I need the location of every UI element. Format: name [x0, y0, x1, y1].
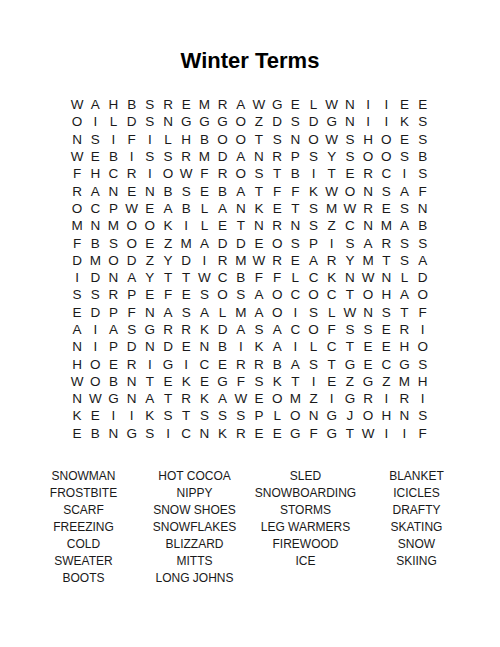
grid-cell-r2c1[interactable]: O: [68, 113, 86, 130]
grid-cell-r19c10[interactable]: S: [232, 407, 250, 424]
grid-cell-r18c1[interactable]: N: [68, 390, 86, 407]
grid-cell-r2c18[interactable]: I: [377, 113, 395, 130]
grid-cell-r6c10[interactable]: A: [232, 182, 250, 199]
grid-cell-r10c14[interactable]: A: [304, 252, 322, 269]
grid-cell-r13c5[interactable]: N: [141, 304, 159, 321]
grid-cell-r4c17[interactable]: O: [359, 148, 377, 165]
grid-cell-r14c11[interactable]: S: [250, 321, 268, 338]
grid-cell-r13c1[interactable]: E: [68, 304, 86, 321]
grid-cell-r6c13[interactable]: F: [286, 182, 304, 199]
grid-cell-r1c4[interactable]: B: [123, 96, 141, 113]
grid-cell-r9c20[interactable]: S: [414, 234, 432, 251]
grid-cell-r18c3[interactable]: G: [104, 390, 122, 407]
grid-cell-r4c8[interactable]: M: [195, 148, 213, 165]
grid-cell-r8c2[interactable]: N: [86, 217, 104, 234]
grid-cell-r8c6[interactable]: K: [159, 217, 177, 234]
grid-cell-r8c15[interactable]: Z: [323, 217, 341, 234]
grid-cell-r4c5[interactable]: S: [141, 148, 159, 165]
grid-cell-r10c20[interactable]: A: [414, 252, 432, 269]
grid-cell-r15c15[interactable]: C: [323, 338, 341, 355]
grid-cell-r11c11[interactable]: F: [250, 269, 268, 286]
grid-cell-r13c15[interactable]: L: [323, 304, 341, 321]
grid-cell-r13c4[interactable]: F: [123, 304, 141, 321]
grid-cell-r13c7[interactable]: S: [177, 304, 195, 321]
grid-cell-r9c5[interactable]: E: [141, 234, 159, 251]
grid-cell-r14c20[interactable]: I: [414, 321, 432, 338]
grid-cell-r7c17[interactable]: R: [359, 200, 377, 217]
grid-cell-r3c20[interactable]: S: [414, 131, 432, 148]
grid-cell-r16c15[interactable]: T: [323, 355, 341, 372]
grid-cell-r4c2[interactable]: E: [86, 148, 104, 165]
grid-cell-r11c4[interactable]: A: [123, 269, 141, 286]
grid-cell-r16c6[interactable]: G: [159, 355, 177, 372]
grid-cell-r1c3[interactable]: H: [104, 96, 122, 113]
grid-cell-r10c11[interactable]: W: [250, 252, 268, 269]
grid-cell-r17c16[interactable]: Z: [341, 373, 359, 390]
grid-cell-r15c14[interactable]: L: [304, 338, 322, 355]
grid-cell-r10c4[interactable]: D: [123, 252, 141, 269]
grid-cell-r17c20[interactable]: H: [414, 373, 432, 390]
grid-cell-r7c15[interactable]: M: [323, 200, 341, 217]
grid-cell-r17c17[interactable]: G: [359, 373, 377, 390]
grid-cell-r14c7[interactable]: R: [177, 321, 195, 338]
grid-cell-r5c8[interactable]: F: [195, 165, 213, 182]
grid-cell-r16c1[interactable]: H: [68, 355, 86, 372]
grid-cell-r19c7[interactable]: T: [177, 407, 195, 424]
grid-cell-r19c20[interactable]: S: [414, 407, 432, 424]
grid-cell-r16c8[interactable]: C: [195, 355, 213, 372]
grid-cell-r10c3[interactable]: O: [104, 252, 122, 269]
grid-cell-r2c16[interactable]: N: [341, 113, 359, 130]
grid-cell-r13c11[interactable]: A: [250, 304, 268, 321]
grid-cell-r17c12[interactable]: K: [268, 373, 286, 390]
grid-cell-r6c18[interactable]: S: [377, 182, 395, 199]
grid-cell-r6c17[interactable]: N: [359, 182, 377, 199]
grid-cell-r5c18[interactable]: C: [377, 165, 395, 182]
grid-cell-r14c5[interactable]: G: [141, 321, 159, 338]
grid-cell-r16c9[interactable]: E: [214, 355, 232, 372]
grid-cell-r2c6[interactable]: N: [159, 113, 177, 130]
grid-cell-r17c13[interactable]: T: [286, 373, 304, 390]
grid-cell-r16c13[interactable]: A: [286, 355, 304, 372]
grid-cell-r13c2[interactable]: D: [86, 304, 104, 321]
grid-cell-r5c3[interactable]: C: [104, 165, 122, 182]
grid-cell-r11c18[interactable]: N: [377, 269, 395, 286]
grid-cell-r18c6[interactable]: T: [159, 390, 177, 407]
grid-cell-r8c11[interactable]: N: [250, 217, 268, 234]
grid-cell-r19c15[interactable]: G: [323, 407, 341, 424]
grid-cell-r20c18[interactable]: I: [377, 425, 395, 442]
grid-cell-r3c13[interactable]: N: [286, 131, 304, 148]
grid-cell-r11c17[interactable]: W: [359, 269, 377, 286]
grid-cell-r20c2[interactable]: B: [86, 425, 104, 442]
grid-cell-r15c2[interactable]: I: [86, 338, 104, 355]
grid-cell-r2c20[interactable]: S: [414, 113, 432, 130]
grid-cell-r4c7[interactable]: R: [177, 148, 195, 165]
grid-cell-r7c9[interactable]: A: [214, 200, 232, 217]
grid-cell-r16c19[interactable]: G: [395, 355, 413, 372]
grid-cell-r11c7[interactable]: T: [177, 269, 195, 286]
grid-cell-r9c19[interactable]: S: [395, 234, 413, 251]
grid-cell-r20c20[interactable]: F: [414, 425, 432, 442]
grid-cell-r5c7[interactable]: W: [177, 165, 195, 182]
grid-cell-r13c16[interactable]: W: [341, 304, 359, 321]
grid-cell-r6c16[interactable]: O: [341, 182, 359, 199]
grid-cell-r16c7[interactable]: I: [177, 355, 195, 372]
grid-cell-r14c16[interactable]: S: [341, 321, 359, 338]
grid-cell-r14c18[interactable]: E: [377, 321, 395, 338]
grid-cell-r10c18[interactable]: T: [377, 252, 395, 269]
grid-cell-r4c3[interactable]: B: [104, 148, 122, 165]
grid-cell-r12c12[interactable]: O: [268, 286, 286, 303]
grid-cell-r5c16[interactable]: E: [341, 165, 359, 182]
grid-cell-r14c3[interactable]: A: [104, 321, 122, 338]
grid-cell-r16c2[interactable]: O: [86, 355, 104, 372]
grid-cell-r1c20[interactable]: E: [414, 96, 432, 113]
grid-cell-r9c8[interactable]: A: [195, 234, 213, 251]
grid-cell-r6c11[interactable]: T: [250, 182, 268, 199]
grid-cell-r11c6[interactable]: T: [159, 269, 177, 286]
grid-cell-r17c7[interactable]: K: [177, 373, 195, 390]
grid-cell-r3c17[interactable]: H: [359, 131, 377, 148]
grid-cell-r14c13[interactable]: C: [286, 321, 304, 338]
grid-cell-r18c20[interactable]: I: [414, 390, 432, 407]
grid-cell-r6c4[interactable]: E: [123, 182, 141, 199]
grid-cell-r3c6[interactable]: L: [159, 131, 177, 148]
grid-cell-r13c10[interactable]: M: [232, 304, 250, 321]
grid-cell-r9c9[interactable]: D: [214, 234, 232, 251]
grid-cell-r7c4[interactable]: W: [123, 200, 141, 217]
grid-cell-r12c8[interactable]: S: [195, 286, 213, 303]
grid-cell-r7c14[interactable]: S: [304, 200, 322, 217]
grid-cell-r20c14[interactable]: F: [304, 425, 322, 442]
grid-cell-r10c1[interactable]: D: [68, 252, 86, 269]
grid-cell-r12c19[interactable]: A: [395, 286, 413, 303]
grid-cell-r1c13[interactable]: E: [286, 96, 304, 113]
grid-cell-r18c11[interactable]: E: [250, 390, 268, 407]
grid-cell-r6c6[interactable]: B: [159, 182, 177, 199]
grid-cell-r20c13[interactable]: G: [286, 425, 304, 442]
grid-cell-r6c12[interactable]: F: [268, 182, 286, 199]
grid-cell-r20c3[interactable]: N: [104, 425, 122, 442]
grid-cell-r5c15[interactable]: T: [323, 165, 341, 182]
grid-cell-r7c7[interactable]: B: [177, 200, 195, 217]
grid-cell-r2c3[interactable]: L: [104, 113, 122, 130]
grid-cell-r16c4[interactable]: R: [123, 355, 141, 372]
grid-cell-r20c8[interactable]: N: [195, 425, 213, 442]
grid-cell-r18c5[interactable]: A: [141, 390, 159, 407]
grid-cell-r10c10[interactable]: M: [232, 252, 250, 269]
grid-cell-r15c17[interactable]: E: [359, 338, 377, 355]
grid-cell-r19c12[interactable]: L: [268, 407, 286, 424]
grid-cell-r17c15[interactable]: E: [323, 373, 341, 390]
grid-cell-r1c1[interactable]: W: [68, 96, 86, 113]
grid-cell-r4c20[interactable]: B: [414, 148, 432, 165]
grid-cell-r2c7[interactable]: G: [177, 113, 195, 130]
grid-cell-r14c17[interactable]: S: [359, 321, 377, 338]
grid-cell-r5c5[interactable]: I: [141, 165, 159, 182]
grid-cell-r18c4[interactable]: N: [123, 390, 141, 407]
grid-cell-r3c16[interactable]: S: [341, 131, 359, 148]
grid-cell-r14c2[interactable]: I: [86, 321, 104, 338]
grid-cell-r11c10[interactable]: B: [232, 269, 250, 286]
grid-cell-r7c13[interactable]: T: [286, 200, 304, 217]
grid-cell-r11c2[interactable]: D: [86, 269, 104, 286]
grid-cell-r3c9[interactable]: O: [214, 131, 232, 148]
grid-cell-r16c18[interactable]: C: [377, 355, 395, 372]
grid-cell-r1c12[interactable]: G: [268, 96, 286, 113]
grid-cell-r3c8[interactable]: B: [195, 131, 213, 148]
grid-cell-r19c8[interactable]: S: [195, 407, 213, 424]
grid-cell-r8c16[interactable]: C: [341, 217, 359, 234]
grid-cell-r19c1[interactable]: K: [68, 407, 86, 424]
grid-cell-r19c14[interactable]: N: [304, 407, 322, 424]
grid-cell-r5c11[interactable]: S: [250, 165, 268, 182]
grid-cell-r20c1[interactable]: E: [68, 425, 86, 442]
grid-cell-r9c3[interactable]: S: [104, 234, 122, 251]
grid-cell-r15c9[interactable]: B: [214, 338, 232, 355]
grid-cell-r9c7[interactable]: M: [177, 234, 195, 251]
grid-cell-r16c20[interactable]: S: [414, 355, 432, 372]
grid-cell-r3c14[interactable]: O: [304, 131, 322, 148]
grid-cell-r6c8[interactable]: E: [195, 182, 213, 199]
grid-cell-r20c11[interactable]: E: [250, 425, 268, 442]
grid-cell-r20c17[interactable]: W: [359, 425, 377, 442]
grid-cell-r15c16[interactable]: T: [341, 338, 359, 355]
grid-cell-r12c14[interactable]: O: [304, 286, 322, 303]
grid-cell-r3c18[interactable]: O: [377, 131, 395, 148]
grid-cell-r6c14[interactable]: K: [304, 182, 322, 199]
grid-cell-r11c15[interactable]: K: [323, 269, 341, 286]
grid-cell-r4c6[interactable]: S: [159, 148, 177, 165]
grid-cell-r10c7[interactable]: D: [177, 252, 195, 269]
grid-cell-r2c9[interactable]: G: [214, 113, 232, 130]
grid-cell-r7c6[interactable]: A: [159, 200, 177, 217]
grid-cell-r4c15[interactable]: Y: [323, 148, 341, 165]
grid-cell-r8c1[interactable]: M: [68, 217, 86, 234]
grid-cell-r6c9[interactable]: B: [214, 182, 232, 199]
grid-cell-r18c8[interactable]: K: [195, 390, 213, 407]
grid-cell-r19c6[interactable]: S: [159, 407, 177, 424]
grid-cell-r19c2[interactable]: E: [86, 407, 104, 424]
grid-cell-r9c10[interactable]: D: [232, 234, 250, 251]
grid-cell-r12c4[interactable]: P: [123, 286, 141, 303]
grid-cell-r13c9[interactable]: L: [214, 304, 232, 321]
grid-cell-r13c13[interactable]: I: [286, 304, 304, 321]
grid-cell-r15c10[interactable]: I: [232, 338, 250, 355]
grid-cell-r5c1[interactable]: F: [68, 165, 86, 182]
grid-cell-r14c4[interactable]: S: [123, 321, 141, 338]
grid-cell-r2c13[interactable]: S: [286, 113, 304, 130]
grid-cell-r17c3[interactable]: B: [104, 373, 122, 390]
grid-cell-r4c1[interactable]: W: [68, 148, 86, 165]
grid-cell-r19c13[interactable]: O: [286, 407, 304, 424]
grid-cell-r1c7[interactable]: E: [177, 96, 195, 113]
grid-cell-r7c19[interactable]: S: [395, 200, 413, 217]
grid-cell-r20c10[interactable]: R: [232, 425, 250, 442]
grid-cell-r13c19[interactable]: T: [395, 304, 413, 321]
grid-cell-r17c8[interactable]: E: [195, 373, 213, 390]
grid-cell-r10c6[interactable]: Y: [159, 252, 177, 269]
grid-cell-r17c14[interactable]: I: [304, 373, 322, 390]
grid-cell-r12c17[interactable]: O: [359, 286, 377, 303]
grid-cell-r16c5[interactable]: I: [141, 355, 159, 372]
grid-cell-r18c18[interactable]: I: [377, 390, 395, 407]
grid-cell-r11c13[interactable]: L: [286, 269, 304, 286]
grid-cell-r18c19[interactable]: R: [395, 390, 413, 407]
grid-cell-r15c11[interactable]: K: [250, 338, 268, 355]
grid-cell-r5c9[interactable]: R: [214, 165, 232, 182]
grid-cell-r19c11[interactable]: P: [250, 407, 268, 424]
grid-cell-r14c15[interactable]: F: [323, 321, 341, 338]
grid-cell-r9c16[interactable]: S: [341, 234, 359, 251]
grid-cell-r1c14[interactable]: L: [304, 96, 322, 113]
grid-cell-r1c9[interactable]: R: [214, 96, 232, 113]
grid-cell-r9c17[interactable]: A: [359, 234, 377, 251]
grid-cell-r3c15[interactable]: W: [323, 131, 341, 148]
grid-cell-r1c19[interactable]: E: [395, 96, 413, 113]
grid-cell-r2c4[interactable]: D: [123, 113, 141, 130]
grid-cell-r10c15[interactable]: R: [323, 252, 341, 269]
grid-cell-r10c17[interactable]: M: [359, 252, 377, 269]
grid-cell-r18c17[interactable]: R: [359, 390, 377, 407]
grid-cell-r14c9[interactable]: D: [214, 321, 232, 338]
grid-cell-r19c5[interactable]: K: [141, 407, 159, 424]
grid-cell-r4c16[interactable]: S: [341, 148, 359, 165]
grid-cell-r17c19[interactable]: M: [395, 373, 413, 390]
grid-cell-r7c12[interactable]: E: [268, 200, 286, 217]
grid-cell-r17c5[interactable]: T: [141, 373, 159, 390]
grid-cell-r4c13[interactable]: P: [286, 148, 304, 165]
grid-cell-r13c6[interactable]: A: [159, 304, 177, 321]
grid-cell-r5c2[interactable]: H: [86, 165, 104, 182]
grid-cell-r19c19[interactable]: N: [395, 407, 413, 424]
grid-cell-r8c14[interactable]: S: [304, 217, 322, 234]
grid-cell-r7c5[interactable]: E: [141, 200, 159, 217]
grid-cell-r19c3[interactable]: I: [104, 407, 122, 424]
grid-cell-r6c3[interactable]: N: [104, 182, 122, 199]
grid-cell-r9c6[interactable]: Z: [159, 234, 177, 251]
grid-cell-r1c18[interactable]: I: [377, 96, 395, 113]
grid-cell-r12c18[interactable]: H: [377, 286, 395, 303]
grid-cell-r3c2[interactable]: S: [86, 131, 104, 148]
grid-cell-r12c10[interactable]: S: [232, 286, 250, 303]
grid-cell-r17c18[interactable]: Z: [377, 373, 395, 390]
grid-cell-r16c14[interactable]: S: [304, 355, 322, 372]
grid-cell-r2c11[interactable]: Z: [250, 113, 268, 130]
grid-cell-r6c20[interactable]: F: [414, 182, 432, 199]
grid-cell-r15c13[interactable]: I: [286, 338, 304, 355]
grid-cell-r2c8[interactable]: G: [195, 113, 213, 130]
grid-cell-r3c11[interactable]: T: [250, 131, 268, 148]
grid-cell-r13c18[interactable]: S: [377, 304, 395, 321]
grid-cell-r18c7[interactable]: R: [177, 390, 195, 407]
grid-cell-r6c15[interactable]: W: [323, 182, 341, 199]
grid-cell-r16c16[interactable]: G: [341, 355, 359, 372]
grid-cell-r3c7[interactable]: H: [177, 131, 195, 148]
grid-cell-r2c2[interactable]: I: [86, 113, 104, 130]
grid-cell-r8c8[interactable]: L: [195, 217, 213, 234]
grid-cell-r14c14[interactable]: O: [304, 321, 322, 338]
grid-cell-r18c15[interactable]: I: [323, 390, 341, 407]
grid-cell-r8c10[interactable]: T: [232, 217, 250, 234]
grid-cell-r17c1[interactable]: W: [68, 373, 86, 390]
grid-cell-r11c1[interactable]: I: [68, 269, 86, 286]
grid-cell-r13c20[interactable]: F: [414, 304, 432, 321]
grid-cell-r5c13[interactable]: B: [286, 165, 304, 182]
grid-cell-r1c17[interactable]: I: [359, 96, 377, 113]
grid-cell-r8c7[interactable]: I: [177, 217, 195, 234]
grid-cell-r13c12[interactable]: O: [268, 304, 286, 321]
grid-cell-r15c6[interactable]: D: [159, 338, 177, 355]
grid-cell-r9c2[interactable]: B: [86, 234, 104, 251]
grid-cell-r15c5[interactable]: N: [141, 338, 159, 355]
grid-cell-r7c16[interactable]: W: [341, 200, 359, 217]
grid-cell-r11c9[interactable]: C: [214, 269, 232, 286]
grid-cell-r3c10[interactable]: O: [232, 131, 250, 148]
grid-cell-r13c8[interactable]: A: [195, 304, 213, 321]
grid-cell-r1c6[interactable]: R: [159, 96, 177, 113]
grid-cell-r11c8[interactable]: W: [195, 269, 213, 286]
grid-cell-r11c12[interactable]: F: [268, 269, 286, 286]
grid-cell-r9c11[interactable]: E: [250, 234, 268, 251]
grid-cell-r3c5[interactable]: I: [141, 131, 159, 148]
grid-cell-r10c8[interactable]: I: [195, 252, 213, 269]
grid-cell-r7c3[interactable]: P: [104, 200, 122, 217]
grid-cell-r6c2[interactable]: A: [86, 182, 104, 199]
grid-cell-r12c1[interactable]: S: [68, 286, 86, 303]
grid-cell-r4c9[interactable]: D: [214, 148, 232, 165]
grid-cell-r12c20[interactable]: O: [414, 286, 432, 303]
grid-cell-r15c7[interactable]: E: [177, 338, 195, 355]
grid-cell-r1c15[interactable]: W: [323, 96, 341, 113]
grid-cell-r14c19[interactable]: R: [395, 321, 413, 338]
grid-cell-r12c9[interactable]: O: [214, 286, 232, 303]
grid-cell-r8c20[interactable]: B: [414, 217, 432, 234]
grid-cell-r3c12[interactable]: S: [268, 131, 286, 148]
grid-cell-r15c18[interactable]: E: [377, 338, 395, 355]
grid-cell-r15c1[interactable]: N: [68, 338, 86, 355]
grid-cell-r11c5[interactable]: Y: [141, 269, 159, 286]
grid-cell-r3c1[interactable]: N: [68, 131, 86, 148]
grid-cell-r3c4[interactable]: F: [123, 131, 141, 148]
grid-cell-r11c19[interactable]: L: [395, 269, 413, 286]
grid-cell-r20c16[interactable]: T: [341, 425, 359, 442]
grid-cell-r6c1[interactable]: R: [68, 182, 86, 199]
grid-cell-r7c10[interactable]: N: [232, 200, 250, 217]
grid-cell-r2c15[interactable]: G: [323, 113, 341, 130]
grid-cell-r14c8[interactable]: K: [195, 321, 213, 338]
grid-cell-r5c20[interactable]: S: [414, 165, 432, 182]
grid-cell-r16c12[interactable]: B: [268, 355, 286, 372]
grid-cell-r2c12[interactable]: D: [268, 113, 286, 130]
grid-cell-r5c6[interactable]: O: [159, 165, 177, 182]
grid-cell-r18c12[interactable]: O: [268, 390, 286, 407]
grid-cell-r17c6[interactable]: E: [159, 373, 177, 390]
grid-cell-r10c2[interactable]: M: [86, 252, 104, 269]
grid-cell-r6c5[interactable]: N: [141, 182, 159, 199]
grid-cell-r8c17[interactable]: N: [359, 217, 377, 234]
grid-cell-r16c3[interactable]: E: [104, 355, 122, 372]
grid-cell-r3c19[interactable]: E: [395, 131, 413, 148]
grid-cell-r20c19[interactable]: I: [395, 425, 413, 442]
grid-cell-r12c5[interactable]: E: [141, 286, 159, 303]
grid-cell-r15c4[interactable]: D: [123, 338, 141, 355]
grid-cell-r6c7[interactable]: S: [177, 182, 195, 199]
grid-cell-r17c9[interactable]: G: [214, 373, 232, 390]
grid-cell-r14c10[interactable]: A: [232, 321, 250, 338]
grid-cell-r4c14[interactable]: S: [304, 148, 322, 165]
